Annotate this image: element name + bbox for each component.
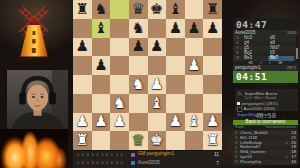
square-e8[interactable]: ♚: [148, 0, 167, 19]
black-queen[interactable]: ♛: [131, 2, 144, 17]
crosstable: 1101110111GM penguingim1110010001000Aure…: [73, 150, 222, 168]
square-d8[interactable]: ♛: [129, 0, 148, 19]
square-f8[interactable]: ♝: [166, 0, 185, 19]
black-pawn[interactable]: ♟: [131, 39, 144, 54]
square-g8[interactable]: [185, 0, 204, 19]
square-f3[interactable]: [166, 94, 185, 113]
white-pawn[interactable]: ♟: [113, 114, 126, 129]
black-clock: 04:47: [233, 18, 298, 30]
crosstable-results: 1101110111: [77, 153, 123, 157]
square-e6[interactable]: ♟: [148, 38, 167, 57]
square-f4[interactable]: [166, 75, 185, 94]
black-player-line: Aurel2005 (2430): [237, 107, 296, 112]
white-queen[interactable]: ♛: [131, 133, 144, 148]
moulin-rouge-windmill: [2, 1, 68, 64]
square-b5[interactable]: ♟: [92, 56, 111, 75]
game-sidebar: 04:47 Aurel2005 2430 5Nc3d66g4a67g5Nfd78…: [233, 0, 298, 168]
white-color-icon: [237, 102, 240, 105]
white-rook[interactable]: ♜: [76, 133, 89, 148]
square-g7[interactable]: ♟: [185, 19, 204, 38]
result-cell: 0: [96, 161, 98, 165]
square-e3[interactable]: ♝: [148, 94, 167, 113]
result-cell: 1: [120, 153, 122, 157]
square-a4[interactable]: [73, 75, 92, 94]
result-cell: 0: [91, 161, 93, 165]
white-pawn[interactable]: ♟: [94, 114, 107, 129]
white-bishop[interactable]: ♝: [187, 114, 200, 129]
square-c2[interactable]: ♟: [110, 113, 129, 132]
square-a2[interactable]: ♟: [73, 113, 92, 132]
scrollbar-thumb[interactable]: [296, 48, 298, 59]
crosstable-player-name[interactable]: GM penguingim1: [138, 152, 175, 157]
square-e5[interactable]: [148, 56, 167, 75]
square-b4[interactable]: [92, 75, 111, 94]
square-b8[interactable]: ♞: [92, 0, 111, 19]
black-knight[interactable]: ♞: [131, 21, 144, 36]
result-cell: 0: [87, 153, 89, 157]
square-e4[interactable]: ♟: [148, 75, 167, 94]
knight-trophy-icon: ♘: [237, 91, 242, 101]
move-list: 5Nc3d66g4a67g5Nfd78Bg2b59Be3Bb7: [233, 36, 298, 61]
square-h3[interactable]: [203, 94, 222, 113]
square-h4[interactable]: [203, 75, 222, 94]
result-cell: 1: [96, 153, 98, 157]
square-d6[interactable]: ♟: [129, 38, 148, 57]
square-c1[interactable]: [110, 131, 129, 150]
result-cell: 1: [77, 153, 79, 157]
square-c6[interactable]: [110, 38, 129, 57]
white-bishop[interactable]: ♝: [150, 96, 163, 111]
result-cell: 1: [82, 153, 84, 157]
black-player-rating: 2430: [287, 31, 296, 35]
square-a8[interactable]: ♜: [73, 0, 92, 19]
black-pawn[interactable]: ♟: [94, 58, 107, 73]
black-bishop[interactable]: ♝: [94, 21, 107, 36]
move-number: 9: [233, 56, 242, 60]
result-cell: 1: [111, 153, 113, 157]
tournament-time-control: 5+0 • Blitz • Rated: [244, 96, 277, 101]
fireplace-video: [0, 129, 68, 168]
square-b1[interactable]: [92, 131, 111, 150]
player-badge-icon: [131, 161, 135, 165]
black-pawn[interactable]: ♟: [206, 21, 219, 36]
square-g3[interactable]: [185, 94, 204, 113]
black-rook[interactable]: ♜: [76, 2, 89, 17]
square-d1[interactable]: ♛: [129, 131, 148, 150]
square-h8[interactable]: ♜: [203, 0, 222, 19]
result-cell: 1: [87, 161, 89, 165]
crosstable-player-name[interactable]: Aurel2005: [138, 161, 160, 166]
square-b3[interactable]: [92, 94, 111, 113]
white-player-rating: 2871: [287, 66, 296, 70]
square-d3[interactable]: [129, 94, 148, 113]
square-a5[interactable]: [73, 56, 92, 75]
square-a3[interactable]: [73, 94, 92, 113]
stream-frame: ♜♞♛♚♝♜♝♞♟♟♟♟♟♟♟♟♞♟♞♝♟♟♟♟♝♟♜♛♚♜ 110111011…: [0, 0, 300, 168]
square-d7[interactable]: ♞: [129, 19, 148, 38]
square-a1[interactable]: ♜: [73, 131, 92, 150]
square-c4[interactable]: [110, 75, 129, 94]
standings-score: 16: [288, 160, 296, 164]
white-pawn[interactable]: ♟: [150, 77, 163, 92]
crosstable-row: 0010001000Aurel20057: [73, 159, 222, 167]
square-h6[interactable]: [203, 38, 222, 57]
black-pawn[interactable]: ♟: [187, 21, 200, 36]
result-cell: 0: [106, 153, 108, 157]
black-knight[interactable]: ♞: [94, 2, 107, 17]
black-rook[interactable]: ♜: [206, 2, 219, 17]
white-king[interactable]: ♚: [150, 133, 163, 148]
move-list-scrollbar[interactable]: [296, 36, 298, 61]
black-king[interactable]: ♚: [150, 2, 163, 17]
result-cell: 0: [82, 161, 84, 165]
square-a7[interactable]: [73, 19, 92, 38]
square-h1[interactable]: ♜: [203, 131, 222, 150]
square-d2[interactable]: [129, 113, 148, 132]
square-h5[interactable]: [203, 56, 222, 75]
result-cell: 0: [116, 161, 118, 165]
square-f2[interactable]: ♟: [166, 113, 185, 132]
square-f1[interactable]: [166, 131, 185, 150]
square-g2[interactable]: ♝: [185, 113, 204, 132]
white-clock: 04:51: [233, 71, 298, 83]
result-cell: 0: [77, 161, 79, 165]
black-pawn[interactable]: ♟: [150, 39, 163, 54]
white-player-line: penguingim1 (2871): [237, 102, 296, 106]
white-rook[interactable]: ♜: [206, 133, 219, 148]
white-pawn[interactable]: ♟: [187, 58, 200, 73]
streamer-webcam: [7, 70, 68, 129]
square-g6[interactable]: [185, 38, 204, 57]
white-pawn[interactable]: ♟: [206, 114, 219, 129]
tournament-info-box: ♘ SuperBlitz Arena 5+0 • Blitz • Rated p…: [235, 89, 298, 111]
square-d4[interactable]: ♞: [129, 75, 148, 94]
result-cell: 1: [116, 153, 118, 157]
result-cell: 0: [101, 161, 103, 165]
black-color-icon: [237, 107, 242, 112]
square-g4[interactable]: [185, 75, 204, 94]
square-e1[interactable]: ♚: [148, 131, 167, 150]
square-d5[interactable]: [129, 56, 148, 75]
player-badge-icon: [131, 153, 135, 157]
square-a6[interactable]: ♟: [73, 38, 92, 57]
square-e2[interactable]: [148, 113, 167, 132]
square-c7[interactable]: [110, 19, 129, 38]
standings-row[interactable]: 7Phuangthip16: [233, 160, 298, 165]
square-h2[interactable]: ♟: [203, 113, 222, 132]
square-f6[interactable]: [166, 38, 185, 57]
square-f5[interactable]: [166, 56, 185, 75]
white-knight[interactable]: ♞: [113, 96, 126, 111]
crosstable-row: 1101110111GM penguingim111: [73, 151, 222, 159]
square-b2[interactable]: ♟: [92, 113, 111, 132]
white-pawn[interactable]: ♟: [76, 114, 89, 129]
white-pawn[interactable]: ♟: [169, 114, 182, 129]
result-cell: 1: [91, 153, 93, 157]
square-f7[interactable]: ♟: [166, 19, 185, 38]
standings-table: 1Chess_Brah64242MG-1138213LittleBishop♨2…: [233, 130, 298, 164]
square-c8[interactable]: [110, 0, 129, 19]
square-g1[interactable]: [185, 131, 204, 150]
square-h7[interactable]: ♟: [203, 19, 222, 38]
crosstable-score: 11: [214, 152, 220, 157]
crosstable-results: 0010001000: [77, 161, 123, 165]
result-cell: 0: [120, 161, 122, 165]
black-pawn[interactable]: ♟: [169, 21, 182, 36]
square-e7[interactable]: [148, 19, 167, 38]
square-g5[interactable]: ♟: [185, 56, 204, 75]
black-bishop[interactable]: ♝: [169, 2, 182, 17]
black-pawn[interactable]: ♟: [76, 39, 89, 54]
square-c3[interactable]: ♞: [110, 94, 129, 113]
square-b6[interactable]: [92, 38, 111, 57]
square-b7[interactable]: ♝: [92, 19, 111, 38]
chess-board[interactable]: ♜♞♛♚♝♜♝♞♟♟♟♟♟♟♟♟♞♟♞♝♟♟♟♟♝♟♜♛♚♜: [73, 0, 222, 150]
result-cell: 1: [101, 153, 103, 157]
result-cell: 1: [106, 161, 108, 165]
white-knight[interactable]: ♞: [131, 77, 144, 92]
crosstable-score: 7: [216, 161, 220, 166]
square-c5[interactable]: [110, 56, 129, 75]
result-cell: 0: [111, 161, 113, 165]
standings-player-name[interactable]: Phuangthip: [240, 160, 261, 164]
